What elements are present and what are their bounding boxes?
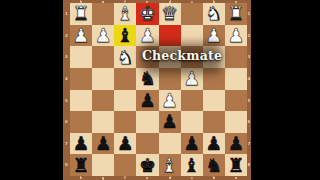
file-labels-bottom: hgfedcba	[70, 176, 247, 180]
square-d6[interactable]: ♟	[159, 111, 181, 133]
square-f1[interactable]: ♝	[114, 3, 136, 25]
square-e8[interactable]: ♚	[136, 154, 158, 176]
square-d5[interactable]: ♟	[159, 90, 181, 112]
square-c7[interactable]: ♟	[181, 133, 203, 155]
piece-wR-a1[interactable]: ♜	[227, 4, 244, 23]
square-c6[interactable]	[181, 111, 203, 133]
piece-bP-e5[interactable]: ♟	[139, 90, 156, 109]
square-c5[interactable]	[181, 90, 203, 112]
coord-label-b: b	[209, 177, 218, 179]
square-f2[interactable]: ♝	[114, 25, 136, 47]
coord-label-f: f	[121, 177, 130, 179]
piece-bK-e8[interactable]: ♚	[139, 155, 156, 174]
checkmate-banner: Checkmate	[146, 46, 218, 64]
piece-wP-b2[interactable]: ♟	[205, 25, 222, 44]
piece-wR-h1[interactable]: ♜	[73, 4, 90, 23]
piece-wB-d8[interactable]: ♝	[161, 155, 178, 174]
square-a8[interactable]: ♜	[225, 154, 247, 176]
square-a2[interactable]: ♟	[225, 25, 247, 47]
square-b1[interactable]: ♞	[203, 3, 225, 25]
coord-label-3: 3	[248, 52, 250, 63]
square-h6[interactable]	[70, 111, 92, 133]
coord-label-5: 5	[65, 95, 69, 106]
piece-wP-h2[interactable]: ♟	[73, 25, 90, 44]
square-h1[interactable]: ♜	[70, 3, 92, 25]
square-b6[interactable]	[203, 111, 225, 133]
square-a1[interactable]: ♜	[225, 3, 247, 25]
piece-wQ-d1[interactable]: ♛	[161, 4, 178, 23]
coord-label-5: 5	[248, 95, 250, 106]
piece-wN-f3[interactable]: ♞	[117, 47, 134, 66]
square-g3[interactable]	[92, 46, 114, 68]
coord-label-d: d	[165, 177, 174, 179]
piece-bR-h8[interactable]: ♜	[73, 155, 90, 174]
square-f4[interactable]	[114, 68, 136, 90]
square-g6[interactable]	[92, 111, 114, 133]
piece-bP-c7[interactable]: ♟	[183, 134, 200, 153]
coord-label-6: 6	[248, 117, 250, 128]
square-c1[interactable]	[181, 3, 203, 25]
square-d1[interactable]: ♛	[159, 3, 181, 25]
square-a4[interactable]	[225, 68, 247, 90]
coord-label-h: h	[76, 177, 85, 179]
square-f5[interactable]	[114, 90, 136, 112]
square-h4[interactable]	[70, 68, 92, 90]
coord-label-8: 8	[65, 160, 69, 171]
coord-label-e: e	[143, 177, 152, 179]
square-g4[interactable]	[92, 68, 114, 90]
piece-wB-f1[interactable]: ♝	[117, 4, 134, 23]
square-h8[interactable]: ♜	[70, 154, 92, 176]
piece-bP-f7[interactable]: ♟	[117, 134, 134, 153]
coord-label-4: 4	[248, 73, 250, 84]
square-e5[interactable]: ♟	[136, 90, 158, 112]
piece-bR-a8[interactable]: ♜	[227, 155, 244, 174]
piece-bP-g7[interactable]: ♟	[95, 134, 112, 153]
square-e6[interactable]	[136, 111, 158, 133]
square-h3[interactable]	[70, 46, 92, 68]
coord-label-7: 7	[65, 138, 69, 149]
square-g8[interactable]	[92, 154, 114, 176]
coord-label-a: a	[231, 177, 240, 179]
square-g7[interactable]: ♟	[92, 133, 114, 155]
coord-label-1: 1	[65, 8, 69, 19]
piece-wP-e2[interactable]: ♟	[139, 25, 156, 44]
square-f7[interactable]: ♟	[114, 133, 136, 155]
chess-board: hgfedcba hgfedcba 12345678 12345678 ♜♝♚♛…	[63, 0, 251, 180]
square-c8[interactable]: ♝	[181, 154, 203, 176]
piece-bP-a7[interactable]: ♟	[227, 134, 244, 153]
coord-label-2: 2	[248, 30, 250, 41]
piece-bP-b7[interactable]: ♟	[205, 134, 222, 153]
coord-label-4: 4	[65, 73, 69, 84]
square-f6[interactable]	[114, 111, 136, 133]
piece-wP-a2[interactable]: ♟	[227, 25, 244, 44]
coord-label-g: g	[99, 177, 108, 179]
square-h5[interactable]	[70, 90, 92, 112]
square-b5[interactable]	[203, 90, 225, 112]
square-d7[interactable]	[159, 133, 181, 155]
coord-label-1: 1	[248, 8, 250, 19]
square-d8[interactable]: ♝	[159, 154, 181, 176]
square-b8[interactable]: ♞	[203, 154, 225, 176]
square-g1[interactable]	[92, 3, 114, 25]
piece-bN-b8[interactable]: ♞	[205, 155, 222, 174]
coord-label-7: 7	[248, 138, 250, 149]
board-grid: ♜♝♚♛♞♜♟♟♝♟♟♟♞♞♟♟♟♟♟♟♟♟♟♟♜♚♝♝♞♜	[70, 3, 247, 176]
coord-label-6: 6	[65, 117, 69, 128]
square-a7[interactable]: ♟	[225, 133, 247, 155]
piece-wP-d5[interactable]: ♟	[161, 90, 178, 109]
square-e7[interactable]	[136, 133, 158, 155]
square-f8[interactable]	[114, 154, 136, 176]
rank-labels-left: 12345678	[63, 3, 70, 176]
coord-label-8: 8	[248, 160, 250, 171]
video-frame: hgfedcba hgfedcba 12345678 12345678 ♜♝♚♛…	[0, 0, 320, 180]
square-a3[interactable]	[225, 46, 247, 68]
coord-label-g: g	[99, 1, 108, 2]
rank-labels-right: 12345678	[247, 3, 251, 176]
piece-wN-b1[interactable]: ♞	[205, 4, 222, 23]
square-h7[interactable]: ♟	[70, 133, 92, 155]
piece-wP-g2[interactable]: ♟	[95, 25, 112, 44]
piece-bP-d6[interactable]: ♟	[161, 112, 178, 131]
piece-wK-e1[interactable]: ♚	[139, 4, 156, 23]
square-h2[interactable]: ♟	[70, 25, 92, 47]
square-e1[interactable]: ♚	[136, 3, 158, 25]
coord-label-3: 3	[65, 52, 69, 63]
square-a6[interactable]	[225, 111, 247, 133]
square-g2[interactable]: ♟	[92, 25, 114, 47]
piece-bB-f2[interactable]: ♝	[117, 25, 134, 44]
square-f3[interactable]: ♞	[114, 46, 136, 68]
coord-label-c: c	[187, 1, 196, 2]
square-b7[interactable]: ♟	[203, 133, 225, 155]
square-g5[interactable]	[92, 90, 114, 112]
checkmate-text: Checkmate	[142, 48, 222, 63]
piece-bP-h7[interactable]: ♟	[73, 134, 90, 153]
coord-label-c: c	[187, 177, 196, 179]
square-a5[interactable]	[225, 90, 247, 112]
coord-label-2: 2	[65, 30, 69, 41]
piece-bB-c8[interactable]: ♝	[183, 155, 200, 174]
